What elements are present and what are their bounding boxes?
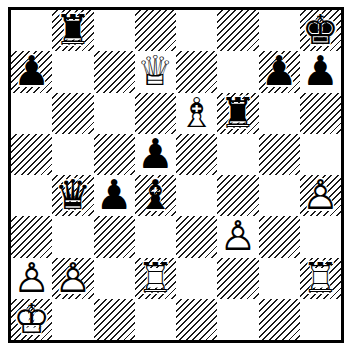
square-h2[interactable]: ♜♖ — [300, 258, 341, 299]
square-f1[interactable] — [217, 299, 258, 340]
square-g7[interactable]: ♟♟ — [259, 51, 300, 92]
piece-black-pawn[interactable]: ♟♟ — [94, 175, 135, 216]
square-b8[interactable]: ♜♜ — [52, 10, 93, 51]
black-pawn-glyph: ♟ — [261, 51, 298, 92]
square-d7[interactable]: ♛♕ — [135, 51, 176, 92]
square-b7[interactable] — [52, 51, 93, 92]
piece-white-bishop[interactable]: ♝♗ — [176, 93, 217, 134]
black-pawn-glyph: ♟ — [302, 51, 339, 92]
square-g6[interactable] — [259, 93, 300, 134]
white-rook-glyph: ♖ — [302, 258, 339, 299]
square-g1[interactable] — [259, 299, 300, 340]
square-e2[interactable] — [176, 258, 217, 299]
square-a6[interactable] — [11, 93, 52, 134]
square-c4[interactable]: ♟♟ — [94, 175, 135, 216]
piece-black-pawn[interactable]: ♟♟ — [11, 51, 52, 92]
square-e8[interactable] — [176, 10, 217, 51]
black-pawn-glyph: ♟ — [96, 175, 133, 216]
square-e6[interactable]: ♝♗ — [176, 93, 217, 134]
square-c7[interactable] — [94, 51, 135, 92]
square-a5[interactable] — [11, 134, 52, 175]
white-pawn-glyph: ♙ — [219, 216, 256, 257]
square-e3[interactable] — [176, 216, 217, 257]
piece-black-queen[interactable]: ♛♛ — [52, 175, 93, 216]
black-rook-glyph: ♜ — [54, 10, 91, 51]
piece-white-queen[interactable]: ♛♕ — [135, 51, 176, 92]
square-g4[interactable] — [259, 175, 300, 216]
piece-white-rook[interactable]: ♜♖ — [135, 258, 176, 299]
square-d4[interactable]: ♝♝ — [135, 175, 176, 216]
square-a4[interactable] — [11, 175, 52, 216]
black-bishop-glyph: ♝ — [137, 175, 174, 216]
piece-black-rook[interactable]: ♜♜ — [52, 10, 93, 51]
square-g2[interactable] — [259, 258, 300, 299]
piece-black-bishop[interactable]: ♝♝ — [135, 175, 176, 216]
piece-white-king[interactable]: ♚♔ — [11, 299, 52, 340]
square-f8[interactable] — [217, 10, 258, 51]
white-pawn-glyph: ♙ — [302, 175, 339, 216]
black-pawn-glyph: ♟ — [13, 51, 50, 92]
square-h4[interactable]: ♟♙ — [300, 175, 341, 216]
square-h1[interactable] — [300, 299, 341, 340]
square-b4[interactable]: ♛♛ — [52, 175, 93, 216]
square-c6[interactable] — [94, 93, 135, 134]
piece-black-pawn[interactable]: ♟♟ — [300, 51, 341, 92]
square-f3[interactable]: ♟♙ — [217, 216, 258, 257]
square-f6[interactable]: ♜♜ — [217, 93, 258, 134]
square-e1[interactable] — [176, 299, 217, 340]
square-f5[interactable] — [217, 134, 258, 175]
piece-black-pawn[interactable]: ♟♟ — [259, 51, 300, 92]
square-c2[interactable] — [94, 258, 135, 299]
white-pawn-glyph: ♙ — [54, 258, 91, 299]
square-b6[interactable] — [52, 93, 93, 134]
square-c3[interactable] — [94, 216, 135, 257]
piece-white-pawn[interactable]: ♟♙ — [300, 175, 341, 216]
piece-white-pawn[interactable]: ♟♙ — [217, 216, 258, 257]
board-frame: ♜♜♚♚♟♟♛♕♟♟♟♟♝♗♜♜♟♟♛♛♟♟♝♝♟♙♟♙♟♙♟♙♜♖♜♖♚♔ — [8, 7, 344, 343]
white-king-glyph: ♔ — [13, 299, 50, 340]
square-e5[interactable] — [176, 134, 217, 175]
piece-black-rook[interactable]: ♜♜ — [217, 93, 258, 134]
piece-white-pawn[interactable]: ♟♙ — [52, 258, 93, 299]
square-c8[interactable] — [94, 10, 135, 51]
square-d1[interactable] — [135, 299, 176, 340]
white-rook-glyph: ♖ — [137, 258, 174, 299]
chess-board: ♜♜♚♚♟♟♛♕♟♟♟♟♝♗♜♜♟♟♛♛♟♟♝♝♟♙♟♙♟♙♟♙♜♖♜♖♚♔ — [11, 10, 341, 340]
square-h7[interactable]: ♟♟ — [300, 51, 341, 92]
square-b2[interactable]: ♟♙ — [52, 258, 93, 299]
square-b1[interactable] — [52, 299, 93, 340]
black-rook-glyph: ♜ — [219, 93, 256, 134]
square-g3[interactable] — [259, 216, 300, 257]
white-queen-glyph: ♕ — [137, 51, 174, 92]
square-h6[interactable] — [300, 93, 341, 134]
black-queen-glyph: ♛ — [54, 175, 91, 216]
white-bishop-glyph: ♗ — [178, 93, 215, 134]
piece-white-rook[interactable]: ♜♖ — [300, 258, 341, 299]
square-f2[interactable] — [217, 258, 258, 299]
square-a1[interactable]: ♚♔ — [11, 299, 52, 340]
square-g5[interactable] — [259, 134, 300, 175]
square-c1[interactable] — [94, 299, 135, 340]
square-d2[interactable]: ♜♖ — [135, 258, 176, 299]
square-a7[interactable]: ♟♟ — [11, 51, 52, 92]
square-e4[interactable] — [176, 175, 217, 216]
